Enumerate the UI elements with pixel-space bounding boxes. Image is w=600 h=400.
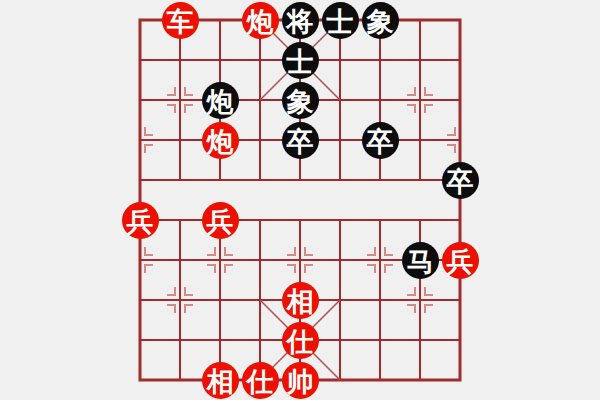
black-soldier[interactable]: 卒 [282, 122, 319, 159]
piece-glyph: 马 [407, 248, 434, 275]
black-elephant[interactable]: 象 [282, 82, 319, 119]
pieces-layer: 车炮将士象士炮象炮卒卒卒兵兵马兵相仕相仕帅 [120, 0, 480, 400]
red-cannon[interactable]: 炮 [242, 2, 279, 39]
black-advisor[interactable]: 士 [322, 2, 359, 39]
piece-glyph: 兵 [127, 208, 154, 235]
piece-glyph: 兵 [207, 208, 234, 235]
piece-glyph: 卒 [447, 168, 474, 195]
piece-glyph: 帅 [287, 368, 314, 395]
red-soldier[interactable]: 兵 [122, 202, 159, 239]
black-general[interactable]: 将 [282, 2, 319, 39]
piece-glyph: 士 [327, 8, 354, 35]
piece-glyph: 兵 [447, 248, 474, 275]
piece-glyph: 相 [207, 368, 234, 395]
piece-glyph: 卒 [367, 128, 394, 155]
red-elephant[interactable]: 相 [202, 362, 239, 399]
red-advisor[interactable]: 仕 [282, 322, 319, 359]
red-general[interactable]: 帅 [282, 362, 319, 399]
piece-glyph: 仕 [287, 328, 314, 355]
piece-glyph: 炮 [207, 128, 234, 155]
black-elephant[interactable]: 象 [362, 2, 399, 39]
piece-glyph: 相 [287, 288, 314, 315]
piece-glyph: 仕 [247, 368, 274, 395]
piece-glyph: 卒 [287, 128, 314, 155]
piece-glyph: 炮 [247, 8, 274, 35]
piece-glyph: 士 [287, 48, 314, 75]
black-soldier[interactable]: 卒 [362, 122, 399, 159]
black-cannon[interactable]: 炮 [202, 82, 239, 119]
xiangqi-app: 车炮将士象士炮象炮卒卒卒兵兵马兵相仕相仕帅 [0, 0, 600, 400]
red-cannon[interactable]: 炮 [202, 122, 239, 159]
red-chariot[interactable]: 车 [162, 2, 199, 39]
red-advisor[interactable]: 仕 [242, 362, 279, 399]
piece-glyph: 象 [287, 88, 314, 115]
red-soldier[interactable]: 兵 [202, 202, 239, 239]
piece-glyph: 车 [167, 8, 194, 35]
piece-glyph: 炮 [207, 88, 234, 115]
red-soldier[interactable]: 兵 [442, 242, 479, 279]
red-elephant[interactable]: 相 [282, 282, 319, 319]
piece-glyph: 将 [287, 8, 314, 35]
piece-glyph: 象 [367, 8, 394, 35]
black-advisor[interactable]: 士 [282, 42, 319, 79]
black-horse[interactable]: 马 [402, 242, 439, 279]
black-soldier[interactable]: 卒 [442, 162, 479, 199]
